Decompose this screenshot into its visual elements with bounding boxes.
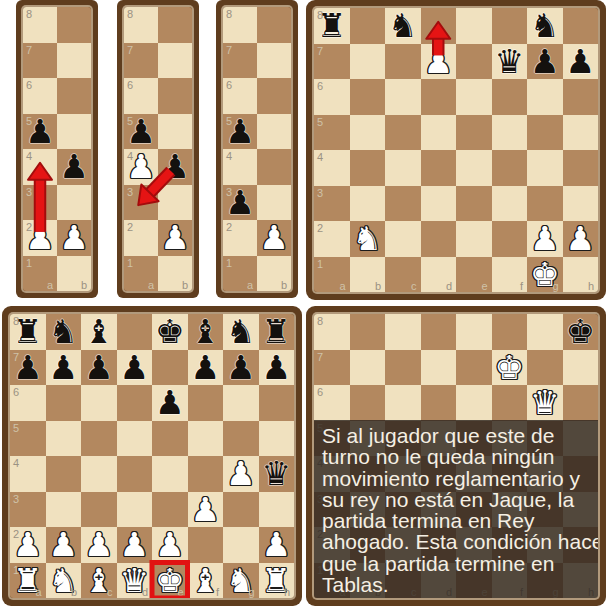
- rank-label: 5: [317, 116, 323, 128]
- board-inner: 876♟5♟4♟32♟1ab: [124, 7, 192, 291]
- square-b1: b: [158, 256, 192, 292]
- black-pawn: ♟: [226, 351, 256, 384]
- black-pawn: ♟: [119, 351, 149, 384]
- rank-label: 8: [317, 9, 323, 21]
- square-g6: ♛: [527, 385, 563, 421]
- file-label: f: [216, 586, 219, 598]
- black-pawn: ♟: [530, 45, 560, 78]
- board-grid: 876♟54♟32♟1ab: [223, 7, 291, 291]
- square-b5: [46, 421, 82, 457]
- file-label: a: [339, 280, 345, 292]
- square-g8: ♞: [527, 8, 563, 44]
- square-f3: [492, 186, 528, 222]
- square-a7: 7: [314, 350, 350, 386]
- file-label: c: [107, 586, 113, 598]
- rank-label: 2: [13, 528, 19, 540]
- square-b2: ♟: [257, 220, 291, 256]
- square-a2: ♟2: [10, 527, 46, 563]
- rank-label: 8: [317, 315, 323, 327]
- square-h8: [563, 8, 599, 44]
- square-f6: [492, 385, 528, 421]
- square-b3: [46, 492, 82, 528]
- square-a5: ♟5: [23, 114, 57, 150]
- rank-label: 6: [13, 386, 19, 398]
- square-a1: 1a: [314, 257, 350, 293]
- square-g5: [527, 115, 563, 151]
- file-label: g: [248, 586, 254, 598]
- square-b4: [46, 456, 82, 492]
- square-b8: ♞: [46, 314, 82, 350]
- square-c5: [81, 421, 117, 457]
- square-e8: ♚: [152, 314, 188, 350]
- square-c3: [81, 492, 117, 528]
- rank-label: 8: [13, 315, 19, 327]
- square-f7: ♚: [492, 350, 528, 386]
- file-label: a: [47, 279, 53, 291]
- square-e7: [456, 350, 492, 386]
- square-b4: [257, 149, 291, 185]
- square-h6: [563, 79, 599, 115]
- rank-label: 7: [13, 351, 19, 363]
- white-pawn: ♟: [565, 222, 595, 255]
- square-e4: [152, 456, 188, 492]
- square-e8: [456, 8, 492, 44]
- square-c6: [81, 385, 117, 421]
- rank-label: 1: [127, 257, 133, 269]
- square-b7: ♟: [46, 350, 82, 386]
- square-b6: [57, 78, 91, 114]
- square-a6: 6: [10, 385, 46, 421]
- board-pawn-advance: 876♟54♟3♟2♟1ab: [16, 0, 98, 298]
- square-c7: ♟: [81, 350, 117, 386]
- rank-label: 7: [317, 45, 323, 57]
- square-a4: 4: [23, 149, 57, 185]
- square-e8: [456, 314, 492, 350]
- black-queen: ♛: [494, 45, 524, 78]
- rank-label: 6: [317, 80, 323, 92]
- file-label: e: [177, 586, 183, 598]
- square-h4: [563, 150, 599, 186]
- square-e5: [456, 115, 492, 151]
- square-a4: 4: [223, 149, 257, 185]
- file-label: c: [411, 280, 417, 292]
- square-f8: [492, 314, 528, 350]
- white-pawn: ♟: [423, 45, 453, 78]
- white-knight: ♞: [352, 222, 382, 255]
- square-b1: ♞b: [46, 563, 82, 599]
- square-a4: ♟4: [124, 149, 158, 185]
- file-label: b: [375, 280, 381, 292]
- square-f1: f: [492, 257, 528, 293]
- square-c8: ♝: [81, 314, 117, 350]
- white-pawn: ♟: [119, 528, 149, 561]
- square-c2: [385, 221, 421, 257]
- rank-label: 5: [26, 115, 32, 127]
- rank-label: 4: [226, 150, 232, 162]
- square-d2: [421, 221, 457, 257]
- file-label: a: [148, 279, 154, 291]
- square-e2: ♟: [152, 527, 188, 563]
- stalemate-rule-overlay: Si al jugador que este de turno no le qu…: [314, 420, 598, 598]
- square-f6: [188, 385, 224, 421]
- square-c5: [385, 115, 421, 151]
- file-label: h: [588, 280, 594, 292]
- square-f7: ♟: [188, 350, 224, 386]
- square-c7: [385, 44, 421, 80]
- rank-label: 2: [317, 222, 323, 234]
- square-d4: [117, 456, 153, 492]
- square-d8: [421, 314, 457, 350]
- rank-label: 8: [127, 8, 133, 20]
- square-b7: [350, 44, 386, 80]
- square-b5: [158, 114, 192, 150]
- square-a8: 8: [124, 7, 158, 43]
- square-c7: [385, 350, 421, 386]
- square-g8: [527, 314, 563, 350]
- square-a3: ♟3: [223, 185, 257, 221]
- square-d8: [117, 314, 153, 350]
- square-a6: 6: [314, 385, 350, 421]
- rank-label: 5: [226, 115, 232, 127]
- square-g3: [527, 186, 563, 222]
- square-g4: [527, 150, 563, 186]
- rank-label: 2: [26, 221, 32, 233]
- square-h5: [563, 115, 599, 151]
- square-h8: ♜: [259, 314, 295, 350]
- rank-label: 2: [127, 221, 133, 233]
- board-grid: ♜8♞♝♚♝♞♜♟7♟♟♟♟♟♟6♟54♟♛3♟♟2♟♟♟♟♟♜1a♞b♝c♛d…: [10, 314, 294, 598]
- square-f5: [492, 115, 528, 151]
- board-grid: 876♟54♟3♟2♟1ab: [23, 7, 91, 291]
- board-inner: 8♚7♚6♛54321abcdefgh Si al jugador que es…: [314, 314, 598, 598]
- square-g2: [223, 527, 259, 563]
- square-b1: b: [57, 256, 91, 292]
- square-f8: [492, 8, 528, 44]
- square-a2: 2: [314, 221, 350, 257]
- rank-label: 1: [13, 564, 19, 576]
- rank-label: 4: [13, 457, 19, 469]
- square-f2: [188, 527, 224, 563]
- square-a6: 6: [314, 79, 350, 115]
- file-label: f: [520, 280, 523, 292]
- rank-label: 3: [13, 493, 19, 505]
- black-pawn: ♟: [84, 351, 114, 384]
- square-e7: [456, 44, 492, 80]
- rank-label: 4: [26, 150, 32, 162]
- square-d7: ♟: [117, 350, 153, 386]
- board-inner: 876♟54♟3♟2♟1ab: [23, 7, 91, 291]
- rule-text-line: Si al jugador que este de: [322, 425, 590, 446]
- square-b6: [158, 78, 192, 114]
- square-a3: 3: [10, 492, 46, 528]
- square-e1: ♚e: [152, 563, 188, 599]
- board-pawn-promotion: ♜8♞♞7♟♛♟♟65432♞♟♟1abcdef♚gh: [306, 0, 606, 300]
- square-h6: [563, 385, 599, 421]
- black-king: ♚: [155, 315, 185, 348]
- black-pawn: ♟: [261, 351, 291, 384]
- square-h1: ♜h: [259, 563, 295, 599]
- square-b1: b: [257, 256, 291, 292]
- square-a7: ♟7: [10, 350, 46, 386]
- file-label: b: [182, 279, 188, 291]
- square-b2: ♟: [158, 220, 192, 256]
- square-a1: 1a: [223, 256, 257, 292]
- black-knight: ♞: [48, 315, 78, 348]
- square-e1: e: [456, 257, 492, 293]
- square-b3: [257, 185, 291, 221]
- rank-label: 1: [226, 257, 232, 269]
- rank-label: 8: [26, 8, 32, 20]
- square-h4: ♛: [259, 456, 295, 492]
- square-e6: ♟: [152, 385, 188, 421]
- rank-label: 2: [226, 221, 232, 233]
- square-f7: ♛: [492, 44, 528, 80]
- rank-label: 6: [26, 79, 32, 91]
- square-b6: [350, 79, 386, 115]
- white-king: ♚: [494, 351, 524, 384]
- file-label: a: [247, 279, 253, 291]
- file-label: e: [481, 280, 487, 292]
- square-a4: 4: [10, 456, 46, 492]
- square-b4: [350, 150, 386, 186]
- file-label: d: [142, 586, 148, 598]
- file-label: b: [281, 279, 287, 291]
- square-b8: [257, 7, 291, 43]
- square-a2: 2: [124, 220, 158, 256]
- square-e6: [456, 79, 492, 115]
- square-h1: h: [563, 257, 599, 293]
- rule-text-line: Tablas.: [322, 574, 590, 595]
- square-b4: ♟: [57, 149, 91, 185]
- square-b6: [46, 385, 82, 421]
- rule-text-line: turno no le queda ningún: [322, 446, 590, 467]
- board-en-passant-result: 876♟54♟32♟1ab: [216, 0, 298, 298]
- square-h7: ♟: [563, 44, 599, 80]
- square-d4: [421, 150, 457, 186]
- file-label: a: [35, 586, 41, 598]
- square-b3: [158, 185, 192, 221]
- square-b5: [350, 115, 386, 151]
- board-fools-mate: ♜8♞♝♚♝♞♜♟7♟♟♟♟♟♟6♟54♟♛3♟♟2♟♟♟♟♟♜1a♞b♝c♛d…: [2, 306, 302, 606]
- square-e6: [456, 385, 492, 421]
- square-b7: [350, 350, 386, 386]
- square-f6: [492, 79, 528, 115]
- square-h3: [563, 186, 599, 222]
- file-label: b: [71, 586, 77, 598]
- square-c4: [385, 150, 421, 186]
- square-g2: ♟: [527, 221, 563, 257]
- square-g4: ♟: [223, 456, 259, 492]
- square-b3: [350, 186, 386, 222]
- square-b6: [350, 385, 386, 421]
- square-e2: [456, 221, 492, 257]
- black-king: ♚: [565, 315, 595, 348]
- white-pawn: ♟: [160, 221, 190, 254]
- square-b7: [257, 43, 291, 79]
- rank-label: 3: [317, 187, 323, 199]
- square-g7: ♟: [223, 350, 259, 386]
- square-b8: [350, 314, 386, 350]
- square-c8: ♞: [385, 8, 421, 44]
- square-e3: [456, 186, 492, 222]
- white-pawn: ♟: [261, 528, 291, 561]
- square-h2: ♟: [259, 527, 295, 563]
- square-a8: ♜8: [10, 314, 46, 350]
- square-a2: ♟2: [23, 220, 57, 256]
- white-pawn: ♟: [226, 457, 256, 490]
- square-a7: 7: [223, 43, 257, 79]
- square-a3: 3: [124, 185, 158, 221]
- rank-label: 7: [26, 44, 32, 56]
- black-knight: ♞: [530, 9, 560, 42]
- square-b4: ♟: [158, 149, 192, 185]
- square-f1: ♝f: [188, 563, 224, 599]
- square-h3: [259, 492, 295, 528]
- rule-text-line: que la partida termine en: [322, 553, 590, 574]
- square-f4: [492, 150, 528, 186]
- square-a5: ♟5: [223, 114, 257, 150]
- board-grid: 876♟5♟4♟32♟1ab: [124, 7, 192, 291]
- square-b5: [57, 114, 91, 150]
- rank-label: 6: [127, 79, 133, 91]
- square-a7: 7: [23, 43, 57, 79]
- square-d3: [117, 492, 153, 528]
- rank-label: 7: [127, 44, 133, 56]
- rank-label: 1: [317, 258, 323, 270]
- square-b5: [257, 114, 291, 150]
- square-b8: [350, 8, 386, 44]
- file-label: h: [284, 586, 290, 598]
- white-queen: ♛: [530, 386, 560, 419]
- rank-label: 5: [127, 115, 133, 127]
- white-pawn: ♟: [155, 528, 185, 561]
- rule-text-line: ahogado. Esta condición hace: [322, 531, 590, 552]
- black-pawn: ♟: [59, 150, 89, 183]
- square-a1: ♜1a: [10, 563, 46, 599]
- square-a6: 6: [223, 78, 257, 114]
- rank-label: 6: [317, 386, 323, 398]
- square-g5: [223, 421, 259, 457]
- board-stalemate: 8♚7♚6♛54321abcdefgh Si al jugador que es…: [306, 306, 606, 606]
- rank-label: 4: [317, 151, 323, 163]
- square-a8: 8: [23, 7, 57, 43]
- square-a3: 3: [314, 186, 350, 222]
- chess-lesson-canvas: 876♟54♟3♟2♟1ab 876♟5♟4♟32♟1ab 876♟54♟32♟…: [0, 0, 611, 608]
- square-e4: [456, 150, 492, 186]
- rule-text-line: su rey no está en Jaque, la: [322, 489, 590, 510]
- square-b8: [158, 7, 192, 43]
- rank-label: 4: [127, 150, 133, 162]
- square-h7: [563, 350, 599, 386]
- square-a3: 3: [23, 185, 57, 221]
- square-d1: d: [421, 257, 457, 293]
- square-a5: 5: [10, 421, 46, 457]
- white-pawn: ♟: [59, 221, 89, 254]
- rule-text-line: movimiento reglamentario y: [322, 468, 590, 489]
- square-g6: [527, 79, 563, 115]
- board-inner: ♜8♞♝♚♝♞♜♟7♟♟♟♟♟♟6♟54♟♛3♟♟2♟♟♟♟♟♜1a♞b♝c♛d…: [10, 314, 294, 598]
- white-pawn: ♟: [259, 221, 289, 254]
- square-a8: 8: [314, 314, 350, 350]
- board-inner: ♜8♞♞7♟♛♟♟65432♞♟♟1abcdef♚gh: [314, 8, 598, 292]
- square-d1: ♛d: [117, 563, 153, 599]
- square-b8: [57, 7, 91, 43]
- square-b2: ♟: [57, 220, 91, 256]
- square-c3: [385, 186, 421, 222]
- square-g1: ♞g: [223, 563, 259, 599]
- square-a2: 2: [223, 220, 257, 256]
- white-pawn: ♟: [48, 528, 78, 561]
- rank-label: 8: [226, 8, 232, 20]
- square-h8: ♚: [563, 314, 599, 350]
- square-a4: 4: [314, 150, 350, 186]
- square-a7: 7: [314, 44, 350, 80]
- black-pawn: ♟: [190, 351, 220, 384]
- square-a8: 8: [223, 7, 257, 43]
- square-f5: [188, 421, 224, 457]
- square-e7: [152, 350, 188, 386]
- rank-label: 5: [13, 422, 19, 434]
- square-b3: [57, 185, 91, 221]
- square-g6: [223, 385, 259, 421]
- file-label: b: [81, 279, 87, 291]
- square-g7: ♟: [527, 44, 563, 80]
- square-b7: [158, 43, 192, 79]
- square-d5: [117, 421, 153, 457]
- square-d3: [421, 186, 457, 222]
- rank-label: 3: [127, 186, 133, 198]
- square-c2: ♟: [81, 527, 117, 563]
- black-pawn: ♟: [160, 150, 190, 183]
- rank-label: 7: [226, 44, 232, 56]
- square-g8: ♞: [223, 314, 259, 350]
- square-c1: c: [385, 257, 421, 293]
- square-g7: [527, 350, 563, 386]
- square-d2: ♟: [117, 527, 153, 563]
- square-c4: [81, 456, 117, 492]
- square-c1: ♝c: [81, 563, 117, 599]
- black-bishop: ♝: [84, 315, 114, 348]
- square-a8: ♜8: [314, 8, 350, 44]
- black-pawn: ♟: [48, 351, 78, 384]
- square-f2: [492, 221, 528, 257]
- black-bishop: ♝: [190, 315, 220, 348]
- black-rook: ♜: [261, 315, 291, 348]
- board-inner: 876♟54♟32♟1ab: [223, 7, 291, 291]
- black-pawn: ♟: [565, 45, 595, 78]
- square-d6: [421, 385, 457, 421]
- white-pawn: ♟: [190, 493, 220, 526]
- black-queen: ♛: [261, 457, 291, 490]
- square-a6: 6: [23, 78, 57, 114]
- board-grid: ♜8♞♞7♟♛♟♟65432♞♟♟1abcdef♚gh: [314, 8, 598, 292]
- file-label: g: [552, 280, 558, 292]
- square-a1: 1a: [23, 256, 57, 292]
- square-a5: ♟5: [124, 114, 158, 150]
- square-d5: [421, 115, 457, 151]
- square-g1: ♚g: [527, 257, 563, 293]
- square-a7: 7: [124, 43, 158, 79]
- square-f8: ♝: [188, 314, 224, 350]
- white-pawn: ♟: [84, 528, 114, 561]
- square-e5: [152, 421, 188, 457]
- square-b2: ♟: [46, 527, 82, 563]
- rank-label: 6: [226, 79, 232, 91]
- square-d7: ♟: [421, 44, 457, 80]
- square-a5: 5: [314, 115, 350, 151]
- square-e3: [152, 492, 188, 528]
- square-g3: [223, 492, 259, 528]
